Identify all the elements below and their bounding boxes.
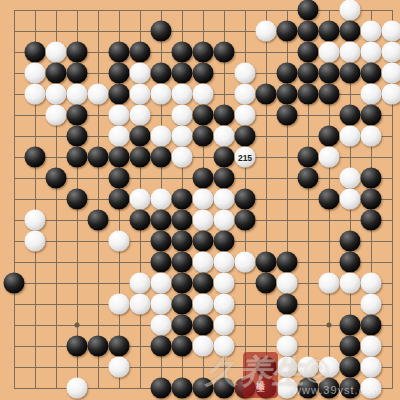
stone-black [298, 63, 319, 84]
stone-black [67, 147, 88, 168]
stone-black [172, 315, 193, 336]
stone-black [277, 105, 298, 126]
stone-black [130, 126, 151, 147]
stone-white [214, 315, 235, 336]
stone-black [298, 168, 319, 189]
stone-white [25, 63, 46, 84]
stone-white [151, 189, 172, 210]
stone-black [340, 21, 361, 42]
stone-black [67, 105, 88, 126]
stone-white [46, 84, 67, 105]
stone-black [193, 168, 214, 189]
stone-white [151, 294, 172, 315]
stone-black [172, 336, 193, 357]
stone-black [151, 147, 172, 168]
stone-white [172, 105, 193, 126]
stone-black [256, 84, 277, 105]
stone-black [298, 21, 319, 42]
stone-white [382, 21, 400, 42]
stone-black [193, 231, 214, 252]
stone-black [361, 168, 382, 189]
stone-black [193, 63, 214, 84]
stone-white [193, 84, 214, 105]
stone-black [109, 336, 130, 357]
stone-white [235, 84, 256, 105]
stone-white [235, 63, 256, 84]
stone-black [25, 42, 46, 63]
stone-black [298, 84, 319, 105]
stone-white [361, 21, 382, 42]
stone-black [277, 252, 298, 273]
stone-white [25, 84, 46, 105]
stone-black [256, 252, 277, 273]
stone-white [151, 126, 172, 147]
stone-black [235, 126, 256, 147]
stone-black [88, 210, 109, 231]
stone-white [67, 378, 88, 399]
stone-black [361, 210, 382, 231]
stone-black [151, 252, 172, 273]
stone-black [67, 336, 88, 357]
stone-black [172, 42, 193, 63]
stone-black [130, 210, 151, 231]
stone-white [361, 84, 382, 105]
stone-black [319, 63, 340, 84]
stone-black [151, 63, 172, 84]
stone-black [172, 294, 193, 315]
stone-black [319, 84, 340, 105]
stone-black [109, 189, 130, 210]
stone-white [340, 42, 361, 63]
stone-black [67, 126, 88, 147]
stone-white [214, 126, 235, 147]
stone-white [130, 273, 151, 294]
stone-black [235, 210, 256, 231]
stone-black [214, 168, 235, 189]
stone-black [277, 21, 298, 42]
stone-black [172, 210, 193, 231]
stone-white [130, 84, 151, 105]
stone-black [172, 231, 193, 252]
stone-white [193, 210, 214, 231]
stone-black [109, 84, 130, 105]
stone-black [4, 273, 25, 294]
stone-white [109, 126, 130, 147]
stone-white [109, 294, 130, 315]
stone-white [88, 84, 109, 105]
stone-white [151, 273, 172, 294]
stone-white [277, 315, 298, 336]
stone-white [319, 273, 340, 294]
stone-black [361, 105, 382, 126]
stone-white [109, 357, 130, 378]
stone-black [109, 147, 130, 168]
stone-black [340, 315, 361, 336]
stone-black [172, 273, 193, 294]
stone-black [298, 42, 319, 63]
stone-white [25, 231, 46, 252]
stone-black [214, 105, 235, 126]
stone-white [277, 273, 298, 294]
stone-white [361, 294, 382, 315]
stone-black [88, 147, 109, 168]
stone-black [46, 63, 67, 84]
stone-white [235, 252, 256, 273]
stone-black [319, 126, 340, 147]
stone-black [130, 147, 151, 168]
stone-black [277, 63, 298, 84]
stone-white [67, 84, 88, 105]
stone-black [172, 252, 193, 273]
stone-white [130, 189, 151, 210]
stone-white [25, 210, 46, 231]
stone-black [172, 189, 193, 210]
stone-white [214, 210, 235, 231]
stone-black [340, 231, 361, 252]
stone-white [340, 168, 361, 189]
stone-black [340, 105, 361, 126]
stone-white [361, 273, 382, 294]
stone-black [361, 315, 382, 336]
stone-black [214, 42, 235, 63]
star-point [327, 323, 332, 328]
stone-black [109, 168, 130, 189]
stone-white [361, 126, 382, 147]
stone-white [340, 189, 361, 210]
stone-black [151, 336, 172, 357]
stone-white [193, 189, 214, 210]
stone-black [67, 189, 88, 210]
stone-black [319, 189, 340, 210]
stone-black [277, 84, 298, 105]
stone-black [88, 336, 109, 357]
stone-white [151, 84, 172, 105]
stone-white [193, 252, 214, 273]
stone-black [319, 21, 340, 42]
stone-black [151, 378, 172, 399]
stone-black [151, 21, 172, 42]
stone-white [46, 42, 67, 63]
stone-white [319, 147, 340, 168]
stone-white [319, 42, 340, 63]
stone-white [214, 294, 235, 315]
stone-white [109, 231, 130, 252]
stone-black [361, 63, 382, 84]
stone-black [193, 126, 214, 147]
stone-black [109, 42, 130, 63]
stone-white [361, 42, 382, 63]
stone-white [46, 105, 67, 126]
stone-white [214, 273, 235, 294]
stone-black [214, 147, 235, 168]
stone-black [340, 63, 361, 84]
stone-black [130, 42, 151, 63]
stone-white [130, 294, 151, 315]
stone-white [109, 105, 130, 126]
go-diagram: 215 经络养生 久养生© www.39yst.com [0, 0, 400, 400]
move-number-label: 215 [235, 147, 256, 168]
stone-black [361, 189, 382, 210]
stone-white [340, 126, 361, 147]
url-watermark: www.39yst.com [293, 384, 382, 396]
stone-white: 215 [235, 147, 256, 168]
stone-black [298, 147, 319, 168]
stone-black [298, 0, 319, 21]
stone-black [340, 252, 361, 273]
stone-black [67, 42, 88, 63]
stone-white [130, 105, 151, 126]
stone-black [67, 63, 88, 84]
stone-white [130, 63, 151, 84]
stone-black [25, 147, 46, 168]
stone-white [340, 0, 361, 21]
stone-black [172, 378, 193, 399]
stone-white [151, 315, 172, 336]
stone-black [46, 168, 67, 189]
stone-black [193, 315, 214, 336]
star-point [75, 323, 80, 328]
stone-white [382, 63, 400, 84]
stone-black [193, 273, 214, 294]
stone-white [382, 42, 400, 63]
stone-white [382, 84, 400, 105]
stone-white [214, 189, 235, 210]
stone-white [256, 21, 277, 42]
stone-black [109, 63, 130, 84]
stone-black [235, 189, 256, 210]
stone-black [172, 63, 193, 84]
stone-white [172, 147, 193, 168]
stone-white [235, 105, 256, 126]
stone-black [193, 105, 214, 126]
stone-white [172, 126, 193, 147]
stone-black [214, 231, 235, 252]
stone-black [151, 210, 172, 231]
stone-white [193, 294, 214, 315]
stone-black [277, 294, 298, 315]
stone-white [340, 273, 361, 294]
stone-white [172, 84, 193, 105]
stone-black [151, 231, 172, 252]
stone-black [256, 273, 277, 294]
stone-black [193, 42, 214, 63]
stone-white [214, 252, 235, 273]
